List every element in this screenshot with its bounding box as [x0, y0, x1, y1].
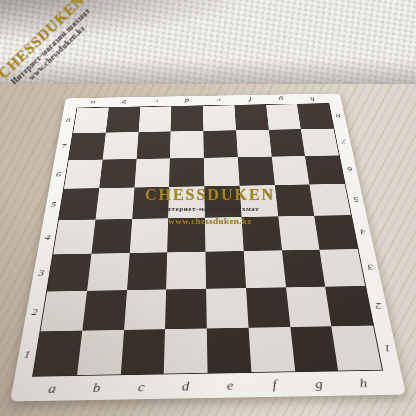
file-label-bottom-a: a: [28, 376, 76, 401]
square-f3: [244, 250, 286, 287]
square-h3: [320, 249, 365, 286]
square-e8: [203, 105, 236, 130]
file-label-bottom-f: f: [251, 372, 298, 397]
square-c8: [138, 106, 171, 132]
square-d8: [171, 106, 204, 131]
square-b3: [87, 253, 129, 291]
square-b7: [102, 132, 138, 159]
square-c1: [120, 329, 165, 374]
file-label-bottom-g: g: [295, 371, 343, 396]
square-e2: [206, 288, 248, 329]
square-f7: [236, 130, 271, 157]
square-h1: [332, 326, 382, 371]
square-d6: [169, 158, 204, 187]
wall-background: [0, 0, 416, 84]
file-label-top-d: d: [171, 96, 203, 106]
file-label-bottom-b: b: [73, 375, 120, 400]
square-f6: [238, 156, 275, 185]
file-label-bottom-e: e: [208, 373, 253, 398]
square-a2: [40, 290, 86, 331]
file-label-top-g: g: [265, 94, 298, 104]
square-f5: [239, 185, 277, 217]
square-h8: [297, 104, 333, 129]
board-grid: [32, 103, 383, 377]
square-g8: [266, 104, 301, 129]
file-label-top-a: a: [77, 98, 110, 108]
square-c5: [132, 187, 169, 219]
square-d4: [167, 218, 205, 253]
square-d1: [164, 329, 208, 374]
square-c3: [127, 252, 168, 290]
chessboard: abcdefgh abcdefgh 87654321 87654321: [10, 93, 406, 401]
square-c6: [134, 158, 170, 188]
square-b6: [99, 159, 136, 189]
square-e6: [204, 157, 240, 186]
square-b2: [82, 290, 127, 331]
square-g3: [282, 250, 326, 287]
square-a7: [69, 132, 106, 159]
square-f1: [248, 327, 294, 372]
square-d2: [165, 288, 207, 329]
square-f4: [241, 216, 281, 250]
file-label-top-c: c: [140, 96, 172, 106]
square-a1: [33, 331, 82, 376]
square-b8: [106, 107, 140, 133]
file-label-top-e: e: [203, 95, 235, 105]
square-g2: [286, 286, 332, 327]
square-d3: [166, 252, 206, 290]
square-a6: [64, 159, 103, 189]
square-h4: [314, 215, 357, 249]
square-h6: [305, 155, 345, 184]
square-h7: [301, 128, 339, 155]
square-d7: [170, 131, 204, 158]
square-f2: [246, 287, 290, 328]
file-label-top-f: f: [234, 95, 266, 105]
square-g1: [290, 326, 338, 371]
square-b1: [77, 330, 124, 375]
square-g6: [271, 156, 309, 185]
square-e1: [207, 328, 251, 373]
file-label-top-b: b: [108, 97, 140, 107]
square-e4: [205, 217, 244, 252]
square-c2: [124, 289, 167, 330]
square-a3: [47, 254, 91, 292]
square-c7: [136, 131, 171, 158]
file-label-top-h: h: [296, 94, 329, 104]
square-a4: [53, 220, 95, 255]
square-b5: [95, 188, 134, 220]
board-border: abcdefgh abcdefgh 87654321 87654321: [10, 93, 406, 401]
square-f8: [234, 105, 268, 130]
square-c4: [129, 218, 168, 253]
square-a5: [59, 188, 99, 220]
square-d5: [168, 186, 205, 218]
square-g7: [268, 129, 305, 156]
square-h5: [310, 184, 351, 216]
square-g5: [274, 185, 314, 217]
square-a8: [73, 107, 109, 133]
square-e3: [205, 251, 245, 289]
square-h2: [325, 286, 373, 327]
square-b4: [91, 219, 132, 254]
square-e5: [204, 186, 241, 218]
square-g4: [278, 216, 320, 250]
file-label-bottom-d: d: [163, 374, 208, 399]
square-e7: [203, 130, 237, 157]
file-label-bottom-h: h: [339, 371, 388, 396]
file-label-bottom-c: c: [118, 374, 164, 399]
photo-scene: abcdefgh abcdefgh 87654321 87654321 CHES…: [0, 0, 416, 416]
